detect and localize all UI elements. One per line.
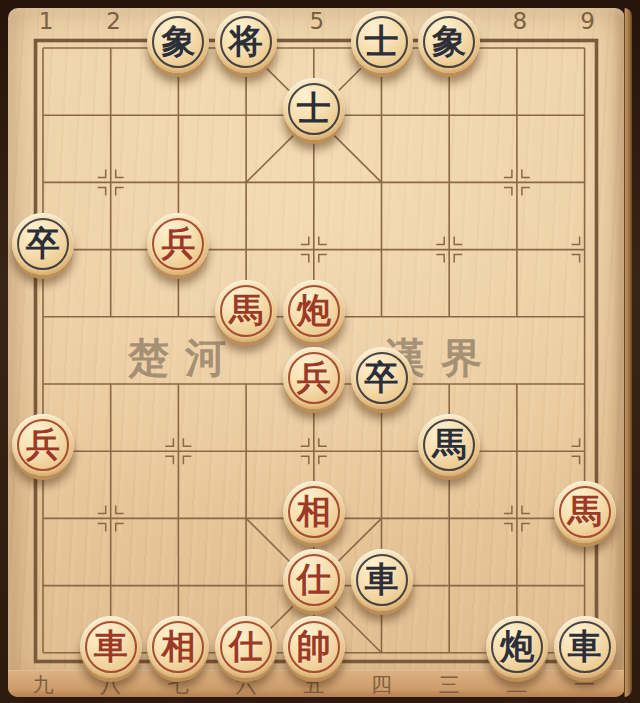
- piece-glyph: 帥: [297, 629, 331, 663]
- piece-red-帥[interactable]: 帥: [283, 616, 345, 678]
- piece-glyph: 兵: [161, 226, 195, 260]
- piece-glyph: 炮: [297, 293, 331, 327]
- piece-glyph: 兵: [26, 427, 60, 461]
- xiangqi-app: 楚河 漢界 123456789九八七六五四三二一 象将士象士卒兵馬炮兵卒兵馬相馬…: [0, 0, 640, 703]
- piece-glyph: 卒: [26, 226, 60, 260]
- piece-black-車[interactable]: 車: [351, 549, 413, 611]
- piece-glyph: 馬: [229, 293, 263, 327]
- piece-red-兵[interactable]: 兵: [12, 414, 74, 476]
- piece-red-仕[interactable]: 仕: [215, 616, 277, 678]
- piece-glyph: 相: [297, 494, 331, 528]
- piece-glyph: 卒: [365, 360, 399, 394]
- piece-glyph: 炮: [500, 629, 534, 663]
- piece-black-卒[interactable]: 卒: [351, 347, 413, 409]
- piece-glyph: 馬: [568, 494, 602, 528]
- piece-red-馬[interactable]: 馬: [215, 280, 277, 342]
- piece-black-車[interactable]: 車: [554, 616, 616, 678]
- piece-glyph: 馬: [432, 427, 466, 461]
- piece-red-炮[interactable]: 炮: [283, 280, 345, 342]
- piece-black-将[interactable]: 将: [215, 11, 277, 73]
- piece-red-相[interactable]: 相: [147, 616, 209, 678]
- piece-red-馬[interactable]: 馬: [554, 481, 616, 543]
- piece-glyph: 象: [161, 24, 195, 58]
- river-label-left: 楚河: [128, 333, 242, 383]
- file-label-top-1: 1: [29, 7, 63, 35]
- piece-glyph: 相: [161, 629, 195, 663]
- piece-red-兵[interactable]: 兵: [283, 347, 345, 409]
- piece-glyph: 士: [297, 91, 331, 125]
- piece-glyph: 車: [365, 562, 399, 596]
- piece-glyph: 車: [94, 629, 128, 663]
- piece-red-相[interactable]: 相: [283, 481, 345, 543]
- file-label-top-9: 9: [571, 7, 605, 35]
- file-label-top-8: 8: [503, 7, 537, 35]
- file-label-bottom-7: 三: [432, 672, 466, 698]
- piece-black-卒[interactable]: 卒: [12, 213, 74, 275]
- piece-black-士[interactable]: 士: [351, 11, 413, 73]
- piece-glyph: 士: [365, 24, 399, 58]
- piece-black-馬[interactable]: 馬: [418, 414, 480, 476]
- piece-glyph: 仕: [229, 629, 263, 663]
- piece-glyph: 将: [229, 24, 263, 58]
- piece-glyph: 車: [568, 629, 602, 663]
- piece-black-象[interactable]: 象: [147, 11, 209, 73]
- file-label-bottom-6: 四: [365, 672, 399, 698]
- piece-red-仕[interactable]: 仕: [283, 549, 345, 611]
- piece-glyph: 象: [432, 24, 466, 58]
- piece-black-象[interactable]: 象: [418, 11, 480, 73]
- file-label-top-5: 5: [300, 7, 334, 35]
- piece-glyph: 仕: [297, 562, 331, 596]
- piece-red-兵[interactable]: 兵: [147, 213, 209, 275]
- piece-black-炮[interactable]: 炮: [486, 616, 548, 678]
- piece-glyph: 兵: [297, 360, 331, 394]
- piece-black-士[interactable]: 士: [283, 78, 345, 140]
- file-label-bottom-1: 九: [26, 672, 60, 698]
- piece-red-車[interactable]: 車: [80, 616, 142, 678]
- file-label-top-2: 2: [97, 7, 131, 35]
